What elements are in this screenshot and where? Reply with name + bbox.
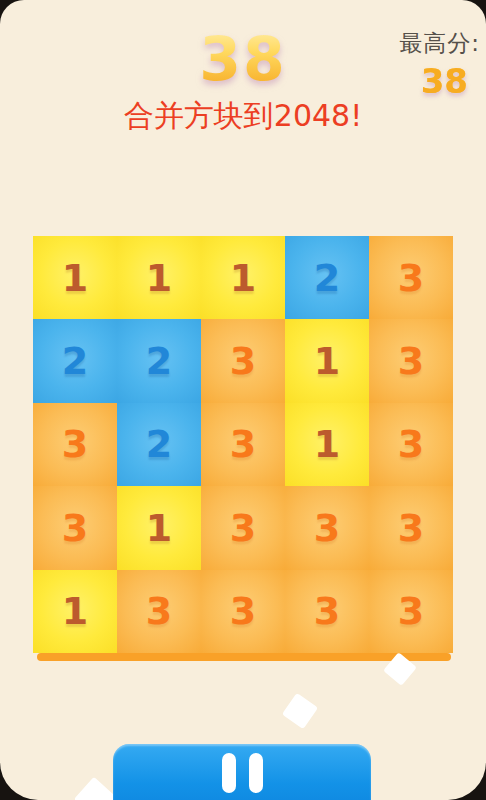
best-score-label: 最高分: bbox=[399, 30, 480, 56]
best-score-value: 38 bbox=[350, 61, 480, 101]
goal-subtitle: 合并方块到2048! bbox=[0, 96, 486, 137]
best-score-block: 最高分: 38 bbox=[350, 28, 480, 101]
tile-r4c4[interactable]: 3 bbox=[285, 486, 369, 569]
tile-r4c5[interactable]: 3 bbox=[369, 486, 453, 569]
tile-r1c2[interactable]: 1 bbox=[117, 236, 201, 319]
tile-r3c4[interactable]: 1 bbox=[285, 403, 369, 486]
board[interactable]: 1112322313323133133313333 bbox=[33, 236, 453, 653]
confetti-piece bbox=[74, 777, 116, 800]
tile-r2c1[interactable]: 2 bbox=[33, 319, 117, 402]
tile-r3c2[interactable]: 2 bbox=[117, 403, 201, 486]
board-base-bar bbox=[37, 653, 451, 661]
confetti-piece bbox=[282, 693, 318, 729]
tile-r1c5[interactable]: 3 bbox=[369, 236, 453, 319]
tile-r5c1[interactable]: 1 bbox=[33, 570, 117, 653]
tile-r3c3[interactable]: 3 bbox=[201, 403, 285, 486]
pause-icon bbox=[222, 753, 263, 793]
tile-r2c3[interactable]: 3 bbox=[201, 319, 285, 402]
tile-r5c3[interactable]: 3 bbox=[201, 570, 285, 653]
pause-button[interactable] bbox=[113, 744, 371, 800]
tile-r3c1[interactable]: 3 bbox=[33, 403, 117, 486]
tile-r4c2[interactable]: 1 bbox=[117, 486, 201, 569]
tile-r2c2[interactable]: 2 bbox=[117, 319, 201, 402]
tile-r4c3[interactable]: 3 bbox=[201, 486, 285, 569]
tile-r1c4[interactable]: 2 bbox=[285, 236, 369, 319]
game-screen: 38 最高分: 38 合并方块到2048! 111232231332313313… bbox=[0, 0, 486, 800]
tile-r2c5[interactable]: 3 bbox=[369, 319, 453, 402]
tile-r1c1[interactable]: 1 bbox=[33, 236, 117, 319]
tile-r5c2[interactable]: 3 bbox=[117, 570, 201, 653]
tile-r5c5[interactable]: 3 bbox=[369, 570, 453, 653]
tile-r5c4[interactable]: 3 bbox=[285, 570, 369, 653]
tile-r3c5[interactable]: 3 bbox=[369, 403, 453, 486]
tile-r1c3[interactable]: 1 bbox=[201, 236, 285, 319]
tile-r4c1[interactable]: 3 bbox=[33, 486, 117, 569]
game-panel: 38 最高分: 38 合并方块到2048! 111232231332313313… bbox=[0, 0, 486, 800]
tile-r2c4[interactable]: 1 bbox=[285, 319, 369, 402]
